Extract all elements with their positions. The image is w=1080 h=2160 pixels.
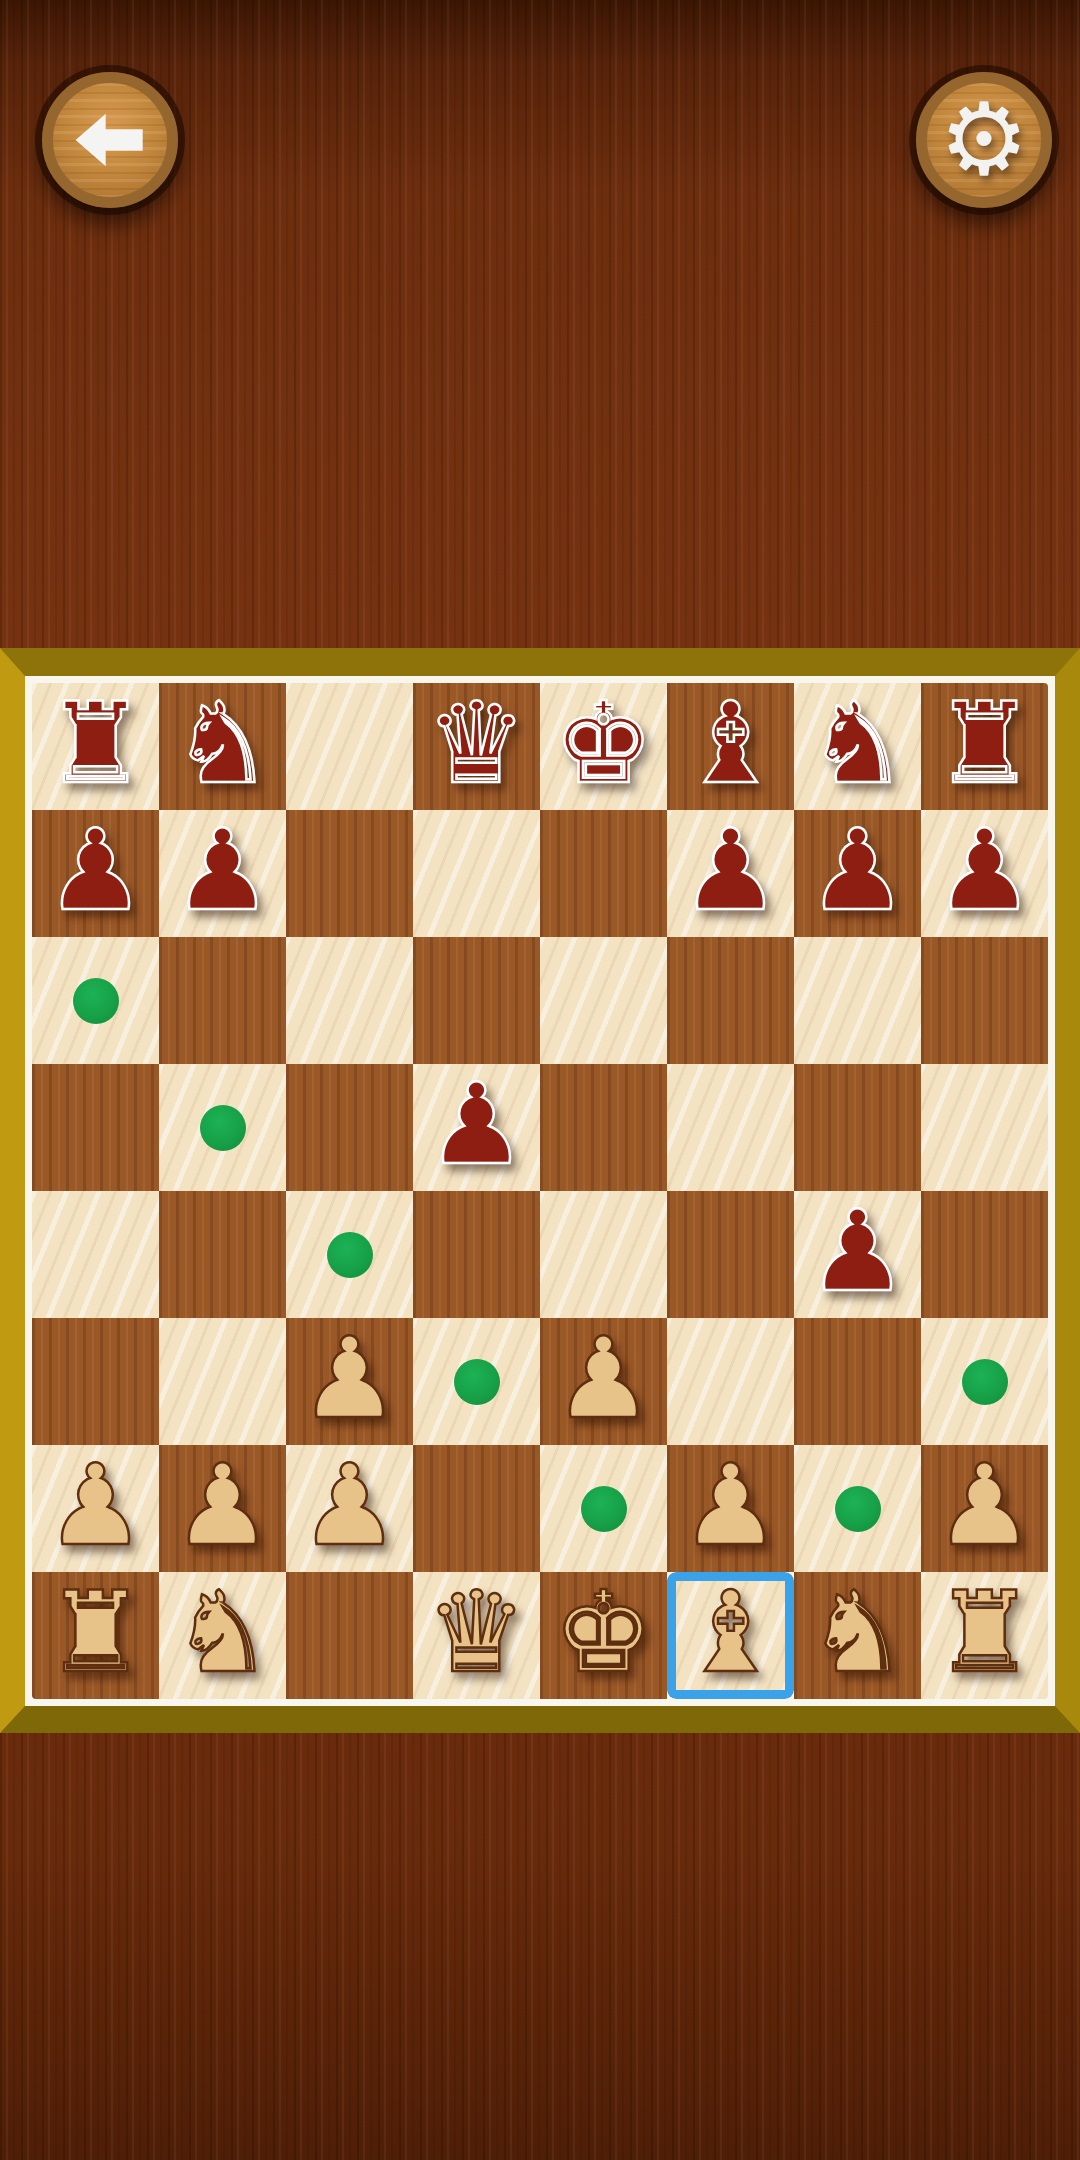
black-king-e8[interactable]: ♚ — [553, 687, 653, 799]
white-pawn-b2[interactable]: ♟ — [172, 1449, 272, 1561]
legal-move-dot-h3[interactable] — [962, 1359, 1008, 1405]
square-b1[interactable]: ♞ — [159, 1572, 286, 1699]
black-knight-b8[interactable]: ♞ — [172, 687, 272, 799]
square-f4[interactable] — [667, 1191, 794, 1318]
square-a5[interactable] — [32, 1064, 159, 1191]
back-button[interactable] — [42, 72, 178, 208]
square-h1[interactable]: ♜ — [921, 1572, 1048, 1699]
black-pawn-f7[interactable]: ♟ — [680, 814, 780, 926]
square-g2[interactable] — [794, 1445, 921, 1572]
square-d2[interactable] — [413, 1445, 540, 1572]
legal-move-dot-a6[interactable] — [73, 978, 119, 1024]
square-c8[interactable] — [286, 683, 413, 810]
black-pawn-h7[interactable]: ♟ — [934, 814, 1034, 926]
square-c2[interactable]: ♟ — [286, 1445, 413, 1572]
square-f7[interactable]: ♟ — [667, 810, 794, 937]
square-h2[interactable]: ♟ — [921, 1445, 1048, 1572]
square-e5[interactable] — [540, 1064, 667, 1191]
square-d4[interactable] — [413, 1191, 540, 1318]
square-g3[interactable] — [794, 1318, 921, 1445]
black-bishop-f8[interactable]: ♝ — [680, 687, 780, 799]
square-d1[interactable]: ♛ — [413, 1572, 540, 1699]
square-d3[interactable] — [413, 1318, 540, 1445]
legal-move-dot-b5[interactable] — [200, 1105, 246, 1151]
square-c4[interactable] — [286, 1191, 413, 1318]
white-pawn-c2[interactable]: ♟ — [299, 1449, 399, 1561]
square-d7[interactable] — [413, 810, 540, 937]
square-h5[interactable] — [921, 1064, 1048, 1191]
black-pawn-b7[interactable]: ♟ — [172, 814, 272, 926]
square-f5[interactable] — [667, 1064, 794, 1191]
gear-icon: ⚙ — [939, 90, 1029, 190]
square-a6[interactable] — [32, 937, 159, 1064]
white-bishop-f1[interactable]: ♝ — [680, 1576, 780, 1688]
square-c6[interactable] — [286, 937, 413, 1064]
legal-move-dot-e2[interactable] — [581, 1486, 627, 1532]
board-white-border: ♜♞♛♚♝♞♜♟♟♟♟♟♟♟♟♟♟♟♟♟♟♜♞♛♚♝♞♜ — [32, 683, 1048, 1699]
white-pawn-e3[interactable]: ♟ — [553, 1322, 653, 1434]
white-rook-h1[interactable]: ♜ — [934, 1576, 1034, 1688]
square-e6[interactable] — [540, 937, 667, 1064]
white-rook-a1[interactable]: ♜ — [45, 1576, 145, 1688]
legal-move-dot-g2[interactable] — [835, 1486, 881, 1532]
square-g8[interactable]: ♞ — [794, 683, 921, 810]
square-c3[interactable]: ♟ — [286, 1318, 413, 1445]
black-pawn-g4[interactable]: ♟ — [807, 1195, 907, 1307]
black-rook-h8[interactable]: ♜ — [934, 687, 1034, 799]
square-a4[interactable] — [32, 1191, 159, 1318]
white-knight-g1[interactable]: ♞ — [807, 1576, 907, 1688]
square-c7[interactable] — [286, 810, 413, 937]
square-f6[interactable] — [667, 937, 794, 1064]
square-g1[interactable]: ♞ — [794, 1572, 921, 1699]
square-b4[interactable] — [159, 1191, 286, 1318]
square-a7[interactable]: ♟ — [32, 810, 159, 937]
square-h8[interactable]: ♜ — [921, 683, 1048, 810]
white-pawn-h2[interactable]: ♟ — [934, 1449, 1034, 1561]
square-e2[interactable] — [540, 1445, 667, 1572]
square-a3[interactable] — [32, 1318, 159, 1445]
square-d8[interactable]: ♛ — [413, 683, 540, 810]
black-queen-d8[interactable]: ♛ — [426, 687, 526, 799]
square-g4[interactable]: ♟ — [794, 1191, 921, 1318]
square-c1[interactable] — [286, 1572, 413, 1699]
chess-board-grid: ♜♞♛♚♝♞♜♟♟♟♟♟♟♟♟♟♟♟♟♟♟♜♞♛♚♝♞♜ — [32, 683, 1048, 1699]
square-b6[interactable] — [159, 937, 286, 1064]
black-pawn-a7[interactable]: ♟ — [45, 814, 145, 926]
square-b2[interactable]: ♟ — [159, 1445, 286, 1572]
square-a8[interactable]: ♜ — [32, 683, 159, 810]
square-a1[interactable]: ♜ — [32, 1572, 159, 1699]
legal-move-dot-d3[interactable] — [454, 1359, 500, 1405]
square-b8[interactable]: ♞ — [159, 683, 286, 810]
black-pawn-d5[interactable]: ♟ — [426, 1068, 526, 1180]
square-b3[interactable] — [159, 1318, 286, 1445]
square-e3[interactable]: ♟ — [540, 1318, 667, 1445]
square-b7[interactable]: ♟ — [159, 810, 286, 937]
settings-button[interactable]: ⚙ — [916, 72, 1052, 208]
white-king-e1[interactable]: ♚ — [553, 1576, 653, 1688]
white-knight-b1[interactable]: ♞ — [172, 1576, 272, 1688]
square-h4[interactable] — [921, 1191, 1048, 1318]
square-g6[interactable] — [794, 937, 921, 1064]
chess-app-screen: { "game": "chess", "position": { "fen": … — [0, 0, 1080, 2160]
square-d5[interactable]: ♟ — [413, 1064, 540, 1191]
square-c5[interactable] — [286, 1064, 413, 1191]
square-e1[interactable]: ♚ — [540, 1572, 667, 1699]
legal-move-dot-c4[interactable] — [327, 1232, 373, 1278]
white-queen-d1[interactable]: ♛ — [426, 1576, 526, 1688]
square-g7[interactable]: ♟ — [794, 810, 921, 937]
square-h7[interactable]: ♟ — [921, 810, 1048, 937]
white-pawn-c3[interactable]: ♟ — [299, 1322, 399, 1434]
square-e4[interactable] — [540, 1191, 667, 1318]
white-pawn-f2[interactable]: ♟ — [680, 1449, 780, 1561]
back-arrow-icon — [67, 99, 153, 181]
square-g5[interactable] — [794, 1064, 921, 1191]
square-h6[interactable] — [921, 937, 1048, 1064]
black-knight-g8[interactable]: ♞ — [807, 687, 907, 799]
square-d6[interactable] — [413, 937, 540, 1064]
square-f2[interactable]: ♟ — [667, 1445, 794, 1572]
square-h3[interactable] — [921, 1318, 1048, 1445]
square-e8[interactable]: ♚ — [540, 683, 667, 810]
square-f1[interactable]: ♝ — [667, 1572, 794, 1699]
black-rook-a8[interactable]: ♜ — [45, 687, 145, 799]
square-f3[interactable] — [667, 1318, 794, 1445]
square-f8[interactable]: ♝ — [667, 683, 794, 810]
square-b5[interactable] — [159, 1064, 286, 1191]
square-a2[interactable]: ♟ — [32, 1445, 159, 1572]
square-e7[interactable] — [540, 810, 667, 937]
board-frame: ♜♞♛♚♝♞♜♟♟♟♟♟♟♟♟♟♟♟♟♟♟♜♞♛♚♝♞♜ — [0, 648, 1080, 1733]
black-pawn-g7[interactable]: ♟ — [807, 814, 907, 926]
white-pawn-a2[interactable]: ♟ — [45, 1449, 145, 1561]
